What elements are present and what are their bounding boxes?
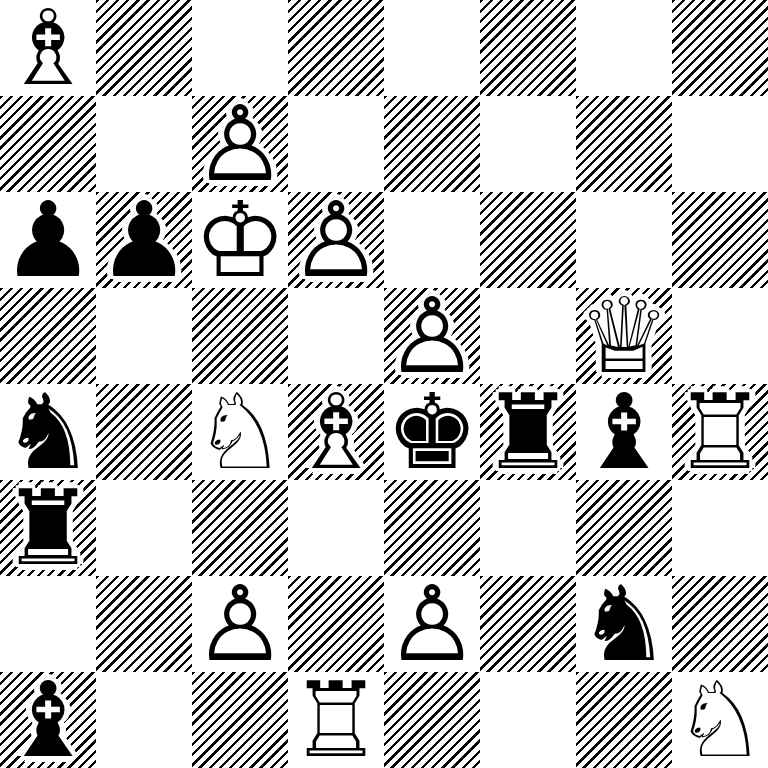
square-a7[interactable] (0, 96, 96, 192)
square-e6[interactable] (384, 192, 480, 288)
square-d7[interactable] (288, 96, 384, 192)
square-f2[interactable] (480, 576, 576, 672)
square-c3[interactable] (192, 480, 288, 576)
square-d4[interactable]: ♝♗ (288, 384, 384, 480)
piece-glyph: ♝ (576, 384, 672, 480)
square-c6[interactable]: ♚♔ (192, 192, 288, 288)
black-rook-icon: ♜♜ (480, 384, 576, 480)
square-d1[interactable]: ♜♖ (288, 672, 384, 768)
white-bishop-icon: ♝♗ (288, 384, 384, 480)
square-a6[interactable]: ♟♟ (0, 192, 96, 288)
black-king-icon: ♚♚ (384, 384, 480, 480)
piece-glyph: ♝ (0, 672, 96, 768)
square-c8[interactable] (192, 0, 288, 96)
piece-glyph: ♚ (384, 384, 480, 480)
black-pawn-icon: ♟♟ (0, 192, 96, 288)
piece-glyph: ♟ (96, 192, 192, 288)
piece-glyph: ♙ (192, 576, 288, 672)
white-pawn-icon: ♟♙ (384, 288, 480, 384)
piece-glyph: ♖ (288, 672, 384, 768)
square-h1[interactable]: ♞♘ (672, 672, 768, 768)
white-queen-icon: ♛♕ (576, 288, 672, 384)
square-d5[interactable] (288, 288, 384, 384)
square-c4[interactable]: ♞♘ (192, 384, 288, 480)
square-e4[interactable]: ♚♚ (384, 384, 480, 480)
piece-glyph: ♗ (288, 384, 384, 480)
square-h4[interactable]: ♜♖ (672, 384, 768, 480)
square-h8[interactable] (672, 0, 768, 96)
square-f5[interactable] (480, 288, 576, 384)
square-e1[interactable] (384, 672, 480, 768)
square-g5[interactable]: ♛♕ (576, 288, 672, 384)
square-a4[interactable]: ♞♞ (0, 384, 96, 480)
square-e2[interactable]: ♟♙ (384, 576, 480, 672)
piece-glyph: ♕ (576, 288, 672, 384)
square-c1[interactable] (192, 672, 288, 768)
white-knight-icon: ♞♘ (672, 672, 768, 768)
piece-glyph: ♟ (0, 192, 96, 288)
square-f1[interactable] (480, 672, 576, 768)
square-c7[interactable]: ♟♙ (192, 96, 288, 192)
square-h6[interactable] (672, 192, 768, 288)
square-g2[interactable]: ♞♞ (576, 576, 672, 672)
piece-glyph: ♗ (0, 0, 96, 96)
square-e3[interactable] (384, 480, 480, 576)
black-knight-icon: ♞♞ (576, 576, 672, 672)
square-a8[interactable]: ♝♗ (0, 0, 96, 96)
black-pawn-icon: ♟♟ (96, 192, 192, 288)
square-g3[interactable] (576, 480, 672, 576)
square-c2[interactable]: ♟♙ (192, 576, 288, 672)
piece-glyph: ♖ (672, 384, 768, 480)
piece-glyph: ♘ (192, 384, 288, 480)
white-rook-icon: ♜♖ (288, 672, 384, 768)
square-f6[interactable] (480, 192, 576, 288)
square-h3[interactable] (672, 480, 768, 576)
square-b1[interactable] (96, 672, 192, 768)
white-rook-icon: ♜♖ (672, 384, 768, 480)
piece-glyph: ♙ (288, 192, 384, 288)
square-g7[interactable] (576, 96, 672, 192)
square-b4[interactable] (96, 384, 192, 480)
square-f8[interactable] (480, 0, 576, 96)
piece-glyph: ♙ (384, 576, 480, 672)
square-d2[interactable] (288, 576, 384, 672)
square-d3[interactable] (288, 480, 384, 576)
square-b8[interactable] (96, 0, 192, 96)
piece-glyph: ♞ (576, 576, 672, 672)
square-f7[interactable] (480, 96, 576, 192)
white-pawn-icon: ♟♙ (192, 576, 288, 672)
square-e7[interactable] (384, 96, 480, 192)
square-a5[interactable] (0, 288, 96, 384)
square-b7[interactable] (96, 96, 192, 192)
square-f3[interactable] (480, 480, 576, 576)
black-rook-icon: ♜♜ (0, 480, 96, 576)
square-g4[interactable]: ♝♝ (576, 384, 672, 480)
square-c5[interactable] (192, 288, 288, 384)
white-pawn-icon: ♟♙ (288, 192, 384, 288)
piece-glyph: ♜ (480, 384, 576, 480)
square-b2[interactable] (96, 576, 192, 672)
black-bishop-icon: ♝♝ (0, 672, 96, 768)
square-f4[interactable]: ♜♜ (480, 384, 576, 480)
square-a3[interactable]: ♜♜ (0, 480, 96, 576)
square-b6[interactable]: ♟♟ (96, 192, 192, 288)
white-pawn-icon: ♟♙ (192, 96, 288, 192)
square-b5[interactable] (96, 288, 192, 384)
square-d6[interactable]: ♟♙ (288, 192, 384, 288)
square-d8[interactable] (288, 0, 384, 96)
white-king-icon: ♚♔ (192, 192, 288, 288)
square-e5[interactable]: ♟♙ (384, 288, 480, 384)
piece-glyph: ♘ (672, 672, 768, 768)
piece-glyph: ♞ (0, 384, 96, 480)
chess-board: ♝♗♟♙♟♟♟♟♚♔♟♙♟♙♛♕♞♞♞♘♝♗♚♚♜♜♝♝♜♖♜♜♟♙♟♙♞♞♝♝… (0, 0, 768, 768)
square-g1[interactable] (576, 672, 672, 768)
piece-glyph: ♔ (192, 192, 288, 288)
piece-glyph: ♜ (0, 480, 96, 576)
black-bishop-icon: ♝♝ (576, 384, 672, 480)
piece-glyph: ♙ (384, 288, 480, 384)
square-g8[interactable] (576, 0, 672, 96)
white-pawn-icon: ♟♙ (384, 576, 480, 672)
square-a2[interactable] (0, 576, 96, 672)
square-a1[interactable]: ♝♝ (0, 672, 96, 768)
white-knight-icon: ♞♘ (192, 384, 288, 480)
square-h2[interactable] (672, 576, 768, 672)
black-knight-icon: ♞♞ (0, 384, 96, 480)
piece-glyph: ♙ (192, 96, 288, 192)
square-e8[interactable] (384, 0, 480, 96)
square-b3[interactable] (96, 480, 192, 576)
square-h5[interactable] (672, 288, 768, 384)
square-g6[interactable] (576, 192, 672, 288)
square-h7[interactable] (672, 96, 768, 192)
white-bishop-icon: ♝♗ (0, 0, 96, 96)
